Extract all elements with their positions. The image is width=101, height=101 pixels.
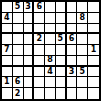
cell-r2c8[interactable]: 8 (77, 13, 88, 24)
cell-r6c4[interactable] (34, 56, 45, 67)
cell-r7c5[interactable]: 4 (45, 67, 56, 78)
cell-r8c7[interactable] (67, 77, 78, 88)
cell-r5c2[interactable] (13, 45, 24, 56)
cell-r8c2[interactable]: 6 (13, 77, 24, 88)
cell-r1c7[interactable] (67, 2, 78, 13)
cell-r2c1[interactable]: 4 (2, 13, 13, 24)
cell-r1c8[interactable] (77, 2, 88, 13)
cell-r1c2[interactable]: 5 (13, 2, 24, 13)
cell-r8c8[interactable] (77, 77, 88, 88)
cell-r7c7[interactable]: 3 (67, 67, 78, 78)
cell-r9c1[interactable] (2, 88, 13, 99)
cell-r2c2[interactable] (13, 13, 24, 24)
cell-r6c5[interactable]: 8 (45, 56, 56, 67)
cell-r4c1[interactable] (2, 34, 13, 45)
cell-r3c5[interactable] (45, 24, 56, 35)
cell-r6c8[interactable] (77, 56, 88, 67)
cell-r5c5[interactable] (45, 45, 56, 56)
cell-r6c7[interactable] (67, 56, 78, 67)
cell-r1c3[interactable]: 3 (24, 2, 35, 13)
cell-r9c4[interactable] (34, 88, 45, 99)
cell-r7c9[interactable] (88, 67, 99, 78)
cell-r6c6[interactable] (56, 56, 67, 67)
cell-r7c3[interactable] (24, 67, 35, 78)
cell-r4c6[interactable]: 5 (56, 34, 67, 45)
cell-r5c9[interactable]: 1 (88, 45, 99, 56)
cell-r4c3[interactable] (24, 34, 35, 45)
cell-r5c8[interactable] (77, 45, 88, 56)
cell-r6c1[interactable] (2, 56, 13, 67)
cell-r9c3[interactable] (24, 88, 35, 99)
cell-r7c8[interactable]: 5 (77, 67, 88, 78)
cell-r5c3[interactable] (24, 45, 35, 56)
cell-r1c9[interactable] (88, 2, 99, 13)
cell-r1c6[interactable] (56, 2, 67, 13)
cell-r9c2[interactable]: 2 (13, 88, 24, 99)
cell-r8c9[interactable] (88, 77, 99, 88)
cell-r9c8[interactable] (77, 88, 88, 99)
cell-r2c7[interactable] (67, 13, 78, 24)
cell-r8c1[interactable]: 1 (2, 77, 13, 88)
cell-r1c1[interactable] (2, 2, 13, 13)
cell-r4c5[interactable] (45, 34, 56, 45)
cell-r7c2[interactable] (13, 67, 24, 78)
sudoku-board: 53648256718435162 (0, 0, 101, 101)
cell-r4c4[interactable]: 2 (34, 34, 45, 45)
cell-r7c6[interactable] (56, 67, 67, 78)
cell-r1c5[interactable] (45, 2, 56, 13)
cell-r4c9[interactable] (88, 34, 99, 45)
cell-r8c3[interactable] (24, 77, 35, 88)
cell-r3c4[interactable] (34, 24, 45, 35)
cell-r4c2[interactable] (13, 34, 24, 45)
cell-r3c7[interactable] (67, 24, 78, 35)
cell-r5c7[interactable] (67, 45, 78, 56)
cell-r6c2[interactable] (13, 56, 24, 67)
cell-r2c5[interactable] (45, 13, 56, 24)
cell-r4c8[interactable] (77, 34, 88, 45)
cell-r4c7[interactable]: 6 (67, 34, 78, 45)
cell-r3c1[interactable] (2, 24, 13, 35)
cell-r5c6[interactable] (56, 45, 67, 56)
cell-r8c5[interactable] (45, 77, 56, 88)
cell-r5c4[interactable] (34, 45, 45, 56)
cell-r3c2[interactable] (13, 24, 24, 35)
cell-r3c3[interactable] (24, 24, 35, 35)
cell-r9c6[interactable] (56, 88, 67, 99)
cell-r2c9[interactable] (88, 13, 99, 24)
cell-r9c5[interactable] (45, 88, 56, 99)
cell-r8c6[interactable] (56, 77, 67, 88)
cell-r2c6[interactable] (56, 13, 67, 24)
cell-r3c9[interactable] (88, 24, 99, 35)
cell-r7c1[interactable] (2, 67, 13, 78)
cell-r9c9[interactable] (88, 88, 99, 99)
cell-r5c1[interactable]: 7 (2, 45, 13, 56)
cell-r7c4[interactable] (34, 67, 45, 78)
cell-r3c8[interactable] (77, 24, 88, 35)
cell-r6c3[interactable] (24, 56, 35, 67)
cell-r2c3[interactable] (24, 13, 35, 24)
cell-r2c4[interactable] (34, 13, 45, 24)
cell-r9c7[interactable] (67, 88, 78, 99)
cell-r3c6[interactable] (56, 24, 67, 35)
cell-r8c4[interactable] (34, 77, 45, 88)
cell-r1c4[interactable]: 6 (34, 2, 45, 13)
cell-r6c9[interactable] (88, 56, 99, 67)
